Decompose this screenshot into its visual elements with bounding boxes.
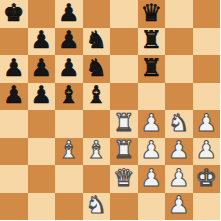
piece-white-rook: ♜ (113, 111, 135, 135)
square-b7[interactable]: ♟ (28, 28, 56, 56)
piece-white-pawn: ♟ (168, 138, 190, 162)
square-h7[interactable] (193, 28, 221, 56)
square-c1[interactable] (55, 193, 83, 221)
square-e2[interactable]: ♛ (110, 165, 138, 193)
piece-white-pawn: ♟ (140, 166, 162, 190)
square-b1[interactable] (28, 193, 56, 221)
square-e5[interactable] (110, 83, 138, 111)
piece-black-rook: ♜ (140, 56, 162, 80)
square-g5[interactable] (165, 83, 193, 111)
piece-white-queen: ♛ (113, 166, 135, 190)
square-c5[interactable]: ♝ (55, 83, 83, 111)
piece-white-bishop: ♝ (58, 138, 80, 162)
square-f7[interactable]: ♜ (138, 28, 166, 56)
piece-black-pawn: ♟ (58, 1, 80, 25)
square-a8[interactable]: ♚ (0, 0, 28, 28)
square-f8[interactable]: ♛ (138, 0, 166, 28)
piece-black-queen: ♛ (140, 1, 162, 25)
square-b4[interactable] (28, 110, 56, 138)
square-a5[interactable]: ♟ (0, 83, 28, 111)
square-d6[interactable]: ♞ (83, 55, 111, 83)
piece-white-knight: ♞ (85, 193, 107, 217)
square-a2[interactable] (0, 165, 28, 193)
piece-black-pawn: ♟ (3, 56, 25, 80)
square-g3[interactable]: ♟ (165, 138, 193, 166)
piece-black-pawn: ♟ (58, 28, 80, 52)
square-f4[interactable]: ♟ (138, 110, 166, 138)
square-f5[interactable] (138, 83, 166, 111)
square-h6[interactable] (193, 55, 221, 83)
square-d8[interactable] (83, 0, 111, 28)
square-e1[interactable] (110, 193, 138, 221)
piece-black-pawn: ♟ (30, 28, 52, 52)
square-e4[interactable]: ♜ (110, 110, 138, 138)
square-g1[interactable]: ♟ (165, 193, 193, 221)
square-g4[interactable]: ♞ (165, 110, 193, 138)
square-f3[interactable]: ♟ (138, 138, 166, 166)
square-b8[interactable] (28, 0, 56, 28)
square-f1[interactable] (138, 193, 166, 221)
square-a7[interactable] (0, 28, 28, 56)
piece-white-knight: ♞ (168, 111, 190, 135)
square-h3[interactable]: ♟ (193, 138, 221, 166)
square-b5[interactable]: ♟ (28, 83, 56, 111)
square-b6[interactable]: ♟ (28, 55, 56, 83)
square-g2[interactable]: ♟ (165, 165, 193, 193)
square-d7[interactable]: ♞ (83, 28, 111, 56)
square-a6[interactable]: ♟ (0, 55, 28, 83)
square-h8[interactable] (193, 0, 221, 28)
square-f6[interactable]: ♜ (138, 55, 166, 83)
piece-white-king: ♚ (195, 166, 217, 190)
square-b2[interactable] (28, 165, 56, 193)
piece-black-rook: ♜ (140, 28, 162, 52)
square-d4[interactable] (83, 110, 111, 138)
piece-black-king: ♚ (3, 1, 25, 25)
piece-black-pawn: ♟ (30, 83, 52, 107)
square-a3[interactable] (0, 138, 28, 166)
square-d2[interactable] (83, 165, 111, 193)
piece-black-bishop: ♝ (85, 83, 107, 107)
piece-black-pawn: ♟ (58, 56, 80, 80)
square-e7[interactable] (110, 28, 138, 56)
square-g8[interactable] (165, 0, 193, 28)
piece-black-pawn: ♟ (3, 83, 25, 107)
square-e6[interactable] (110, 55, 138, 83)
piece-black-knight: ♞ (85, 56, 107, 80)
square-f2[interactable]: ♟ (138, 165, 166, 193)
square-e8[interactable] (110, 0, 138, 28)
square-a1[interactable] (0, 193, 28, 221)
square-g7[interactable] (165, 28, 193, 56)
piece-white-pawn: ♟ (195, 111, 217, 135)
piece-white-pawn: ♟ (168, 166, 190, 190)
piece-black-bishop: ♝ (58, 83, 80, 107)
square-h1[interactable] (193, 193, 221, 221)
square-c6[interactable]: ♟ (55, 55, 83, 83)
square-c4[interactable] (55, 110, 83, 138)
square-h2[interactable]: ♚ (193, 165, 221, 193)
square-g6[interactable] (165, 55, 193, 83)
piece-white-bishop: ♝ (85, 138, 107, 162)
piece-black-knight: ♞ (85, 28, 107, 52)
square-c3[interactable]: ♝ (55, 138, 83, 166)
square-b3[interactable] (28, 138, 56, 166)
square-d1[interactable]: ♞ (83, 193, 111, 221)
square-h4[interactable]: ♟ (193, 110, 221, 138)
square-h5[interactable] (193, 83, 221, 111)
square-c7[interactable]: ♟ (55, 28, 83, 56)
square-a4[interactable] (0, 110, 28, 138)
chess-board-wrap: ♚♟♛♟♟♞♜♟♟♟♞♜♟♟♝♝♜♟♞♟♝♝♜♟♟♟♛♟♟♚♞♟ (0, 0, 220, 220)
piece-white-pawn: ♟ (140, 138, 162, 162)
square-c2[interactable] (55, 165, 83, 193)
square-d3[interactable]: ♝ (83, 138, 111, 166)
piece-black-pawn: ♟ (30, 56, 52, 80)
piece-white-pawn: ♟ (195, 138, 217, 162)
square-e3[interactable]: ♜ (110, 138, 138, 166)
square-d5[interactable]: ♝ (83, 83, 111, 111)
piece-white-pawn: ♟ (168, 193, 190, 217)
piece-white-pawn: ♟ (140, 111, 162, 135)
piece-white-rook: ♜ (113, 138, 135, 162)
chess-board: ♚♟♛♟♟♞♜♟♟♟♞♜♟♟♝♝♜♟♞♟♝♝♜♟♟♟♛♟♟♚♞♟ (0, 0, 220, 220)
square-c8[interactable]: ♟ (55, 0, 83, 28)
